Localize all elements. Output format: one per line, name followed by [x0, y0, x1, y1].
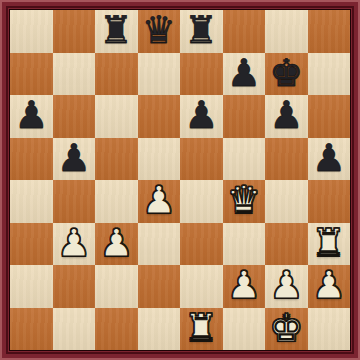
square-g4[interactable]	[265, 180, 308, 223]
square-f6[interactable]	[223, 95, 266, 138]
square-g1[interactable]: ♚	[265, 308, 308, 351]
square-a1[interactable]	[10, 308, 53, 351]
square-d3[interactable]	[138, 223, 181, 266]
square-b3[interactable]: ♟	[53, 223, 96, 266]
square-d5[interactable]	[138, 138, 181, 181]
square-b2[interactable]	[53, 265, 96, 308]
square-a4[interactable]	[10, 180, 53, 223]
black-pawn[interactable]: ♟	[227, 54, 261, 92]
square-b7[interactable]	[53, 53, 96, 96]
square-e3[interactable]	[180, 223, 223, 266]
square-e4[interactable]	[180, 180, 223, 223]
square-c5[interactable]	[95, 138, 138, 181]
square-c1[interactable]	[95, 308, 138, 351]
white-rook[interactable]: ♜	[312, 224, 346, 262]
square-a6[interactable]: ♟	[10, 95, 53, 138]
square-f4[interactable]: ♛	[223, 180, 266, 223]
square-f5[interactable]	[223, 138, 266, 181]
black-pawn[interactable]: ♟	[269, 96, 303, 134]
square-h2[interactable]: ♟	[308, 265, 351, 308]
square-h3[interactable]: ♜	[308, 223, 351, 266]
white-pawn[interactable]: ♟	[99, 224, 133, 262]
white-king[interactable]: ♚	[269, 309, 303, 347]
square-c7[interactable]	[95, 53, 138, 96]
square-a3[interactable]	[10, 223, 53, 266]
square-b5[interactable]: ♟	[53, 138, 96, 181]
square-e1[interactable]: ♜	[180, 308, 223, 351]
square-d1[interactable]	[138, 308, 181, 351]
square-b1[interactable]	[53, 308, 96, 351]
square-f8[interactable]	[223, 10, 266, 53]
white-pawn[interactable]: ♟	[269, 266, 303, 304]
square-c6[interactable]	[95, 95, 138, 138]
square-h7[interactable]	[308, 53, 351, 96]
black-rook[interactable]: ♜	[99, 11, 133, 49]
square-f7[interactable]: ♟	[223, 53, 266, 96]
square-c2[interactable]	[95, 265, 138, 308]
square-e2[interactable]	[180, 265, 223, 308]
chess-board: ♜♛♜♟♚♟♟♟♟♟♟♛♟♟♜♟♟♟♜♚	[9, 9, 351, 351]
square-e6[interactable]: ♟	[180, 95, 223, 138]
square-d6[interactable]	[138, 95, 181, 138]
square-a7[interactable]	[10, 53, 53, 96]
black-pawn[interactable]: ♟	[57, 139, 91, 177]
black-pawn[interactable]: ♟	[312, 139, 346, 177]
white-pawn[interactable]: ♟	[312, 266, 346, 304]
square-f3[interactable]	[223, 223, 266, 266]
square-a5[interactable]	[10, 138, 53, 181]
square-c4[interactable]	[95, 180, 138, 223]
square-g6[interactable]: ♟	[265, 95, 308, 138]
square-b6[interactable]	[53, 95, 96, 138]
square-g7[interactable]: ♚	[265, 53, 308, 96]
white-pawn[interactable]: ♟	[57, 224, 91, 262]
square-f1[interactable]	[223, 308, 266, 351]
square-d8[interactable]: ♛	[138, 10, 181, 53]
square-c8[interactable]: ♜	[95, 10, 138, 53]
square-b8[interactable]	[53, 10, 96, 53]
square-g8[interactable]	[265, 10, 308, 53]
black-rook[interactable]: ♜	[184, 11, 218, 49]
square-a8[interactable]	[10, 10, 53, 53]
square-h6[interactable]	[308, 95, 351, 138]
white-pawn[interactable]: ♟	[142, 181, 176, 219]
square-d2[interactable]	[138, 265, 181, 308]
black-pawn[interactable]: ♟	[184, 96, 218, 134]
black-pawn[interactable]: ♟	[14, 96, 48, 134]
square-g5[interactable]	[265, 138, 308, 181]
square-d7[interactable]	[138, 53, 181, 96]
square-d4[interactable]: ♟	[138, 180, 181, 223]
white-pawn[interactable]: ♟	[227, 266, 261, 304]
square-g3[interactable]	[265, 223, 308, 266]
square-h1[interactable]	[308, 308, 351, 351]
white-rook[interactable]: ♜	[184, 309, 218, 347]
black-queen[interactable]: ♛	[142, 11, 176, 49]
square-f2[interactable]: ♟	[223, 265, 266, 308]
square-h8[interactable]	[308, 10, 351, 53]
square-e7[interactable]	[180, 53, 223, 96]
square-e5[interactable]	[180, 138, 223, 181]
square-h5[interactable]: ♟	[308, 138, 351, 181]
square-a2[interactable]	[10, 265, 53, 308]
black-king[interactable]: ♚	[269, 54, 303, 92]
square-b4[interactable]	[53, 180, 96, 223]
square-c3[interactable]: ♟	[95, 223, 138, 266]
square-h4[interactable]	[308, 180, 351, 223]
square-e8[interactable]: ♜	[180, 10, 223, 53]
white-queen[interactable]: ♛	[227, 181, 261, 219]
board-frame: ♜♛♜♟♚♟♟♟♟♟♟♛♟♟♜♟♟♟♜♚	[0, 0, 360, 360]
square-g2[interactable]: ♟	[265, 265, 308, 308]
